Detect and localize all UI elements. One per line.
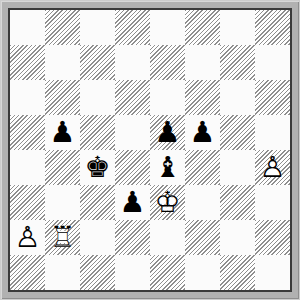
- square-d4[interactable]: [115, 150, 150, 185]
- chess-board: ♟♟♟♚♝♟♙♟♚♔♟♙♜♖: [10, 10, 290, 290]
- square-c2[interactable]: [80, 220, 115, 255]
- black-pawn-glyph: ♟: [115, 185, 150, 220]
- square-g1[interactable]: [220, 255, 255, 290]
- square-a6[interactable]: [10, 80, 45, 115]
- square-e5[interactable]: ♟: [150, 115, 185, 150]
- square-a3[interactable]: [10, 185, 45, 220]
- square-f5[interactable]: ♟: [185, 115, 220, 150]
- square-b7[interactable]: [45, 45, 80, 80]
- square-e7[interactable]: [150, 45, 185, 80]
- white-king-outline: ♔: [150, 185, 185, 220]
- square-g5[interactable]: [220, 115, 255, 150]
- square-f1[interactable]: [185, 255, 220, 290]
- white-rook[interactable]: ♜♖: [45, 220, 80, 255]
- square-b5[interactable]: ♟: [45, 115, 80, 150]
- square-c1[interactable]: [80, 255, 115, 290]
- square-e6[interactable]: [150, 80, 185, 115]
- square-h7[interactable]: [255, 45, 290, 80]
- square-b1[interactable]: [45, 255, 80, 290]
- black-pawn-glyph: ♟: [150, 115, 185, 150]
- white-king[interactable]: ♚♔: [150, 185, 185, 220]
- square-f8[interactable]: [185, 10, 220, 45]
- black-pawn-glyph: ♟: [45, 115, 80, 150]
- square-c6[interactable]: [80, 80, 115, 115]
- square-e2[interactable]: [150, 220, 185, 255]
- square-a1[interactable]: [10, 255, 45, 290]
- square-d7[interactable]: [115, 45, 150, 80]
- square-h8[interactable]: [255, 10, 290, 45]
- board-frame: ♟♟♟♚♝♟♙♟♚♔♟♙♜♖: [0, 0, 300, 300]
- square-h1[interactable]: [255, 255, 290, 290]
- square-b2[interactable]: ♜♖: [45, 220, 80, 255]
- white-pawn[interactable]: ♟♙: [10, 220, 45, 255]
- square-c5[interactable]: [80, 115, 115, 150]
- square-c8[interactable]: [80, 10, 115, 45]
- square-h2[interactable]: [255, 220, 290, 255]
- white-rook-outline: ♖: [45, 220, 80, 255]
- black-pawn-glyph: ♟: [185, 115, 220, 150]
- square-a2[interactable]: ♟♙: [10, 220, 45, 255]
- square-f7[interactable]: [185, 45, 220, 80]
- square-c3[interactable]: [80, 185, 115, 220]
- square-f4[interactable]: [185, 150, 220, 185]
- black-pawn[interactable]: ♟: [185, 115, 220, 150]
- square-f2[interactable]: [185, 220, 220, 255]
- white-pawn[interactable]: ♟♙: [255, 150, 290, 185]
- square-d8[interactable]: [115, 10, 150, 45]
- square-g7[interactable]: [220, 45, 255, 80]
- square-b6[interactable]: [45, 80, 80, 115]
- black-king[interactable]: ♚: [80, 150, 115, 185]
- square-c4[interactable]: ♚: [80, 150, 115, 185]
- square-d6[interactable]: [115, 80, 150, 115]
- square-a7[interactable]: [10, 45, 45, 80]
- square-d3[interactable]: ♟: [115, 185, 150, 220]
- square-e8[interactable]: [150, 10, 185, 45]
- white-pawn-outline: ♙: [255, 150, 290, 185]
- square-h4[interactable]: ♟♙: [255, 150, 290, 185]
- square-h3[interactable]: [255, 185, 290, 220]
- black-king-glyph: ♚: [80, 150, 115, 185]
- square-b4[interactable]: [45, 150, 80, 185]
- square-e4[interactable]: ♝: [150, 150, 185, 185]
- square-e3[interactable]: ♚♔: [150, 185, 185, 220]
- square-g4[interactable]: [220, 150, 255, 185]
- square-a8[interactable]: [10, 10, 45, 45]
- black-bishop-glyph: ♝: [150, 150, 185, 185]
- square-f6[interactable]: [185, 80, 220, 115]
- square-g6[interactable]: [220, 80, 255, 115]
- square-d1[interactable]: [115, 255, 150, 290]
- white-pawn-outline: ♙: [10, 220, 45, 255]
- square-g8[interactable]: [220, 10, 255, 45]
- board-border: ♟♟♟♚♝♟♙♟♚♔♟♙♜♖: [8, 8, 292, 292]
- square-a4[interactable]: [10, 150, 45, 185]
- square-h6[interactable]: [255, 80, 290, 115]
- square-g2[interactable]: [220, 220, 255, 255]
- black-pawn[interactable]: ♟: [150, 115, 185, 150]
- square-g3[interactable]: [220, 185, 255, 220]
- black-pawn[interactable]: ♟: [45, 115, 80, 150]
- square-d5[interactable]: [115, 115, 150, 150]
- square-a5[interactable]: [10, 115, 45, 150]
- square-b3[interactable]: [45, 185, 80, 220]
- black-pawn[interactable]: ♟: [115, 185, 150, 220]
- square-d2[interactable]: [115, 220, 150, 255]
- black-bishop[interactable]: ♝: [150, 150, 185, 185]
- square-b8[interactable]: [45, 10, 80, 45]
- square-h5[interactable]: [255, 115, 290, 150]
- square-f3[interactable]: [185, 185, 220, 220]
- square-c7[interactable]: [80, 45, 115, 80]
- square-e1[interactable]: [150, 255, 185, 290]
